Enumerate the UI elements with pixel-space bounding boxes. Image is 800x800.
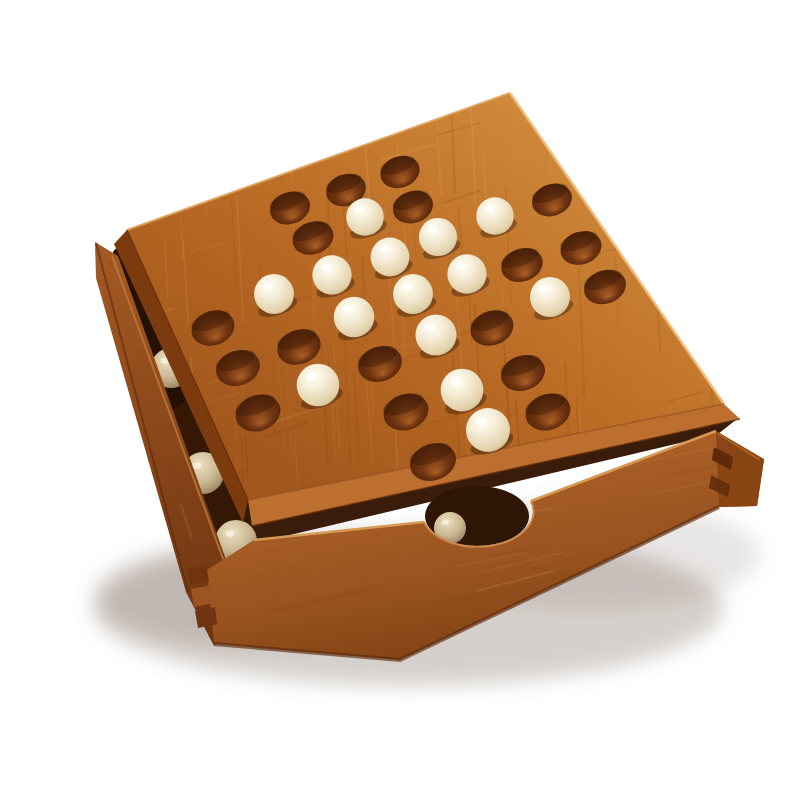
- marble-r4c3[interactable]: [334, 297, 375, 338]
- marble-r2c4[interactable]: [346, 198, 384, 236]
- marble-highlight: [427, 226, 437, 233]
- marble-highlight: [424, 323, 435, 330]
- wood-grain-line: [694, 105, 704, 242]
- marble-r3c6[interactable]: [476, 197, 514, 235]
- marble-r7c4[interactable]: [466, 408, 510, 452]
- wood-grain-line: [277, 104, 281, 186]
- wood-grain-line: [648, 213, 652, 272]
- marble-highlight: [484, 205, 494, 212]
- wood-grain-line: [229, 106, 232, 170]
- wood-grain-line: [722, 113, 744, 122]
- marble-r5c6[interactable]: [530, 277, 570, 317]
- marble-r3c3[interactable]: [312, 255, 351, 294]
- marble-r3c2[interactable]: [254, 274, 294, 314]
- wood-grain-line: [227, 100, 231, 150]
- marble-highlight: [263, 283, 273, 290]
- product-photo-stage: [0, 0, 800, 800]
- wood-grain-line: [607, 165, 648, 177]
- wood-grain-line: [677, 646, 755, 660]
- marble-r6c4[interactable]: [441, 369, 484, 412]
- wood-grain-line: [173, 91, 218, 106]
- wood-grain-line: [654, 153, 676, 161]
- wood-grain-line: [588, 206, 655, 228]
- wood-grain-line: [237, 86, 287, 98]
- marble-highlight: [321, 264, 331, 271]
- marble-highlight: [343, 306, 354, 313]
- marble-highlight: [354, 206, 364, 213]
- marble-highlight: [450, 378, 461, 386]
- marble-r4c4[interactable]: [393, 274, 433, 314]
- marble-highlight: [539, 286, 549, 293]
- marble-highlight: [306, 373, 317, 381]
- spare-marble-highlight: [192, 463, 201, 469]
- wood-grain-line: [587, 205, 643, 225]
- wood-grain-line: [642, 96, 708, 116]
- wood-grain-line: [569, 119, 617, 132]
- wood-grain-line: [721, 265, 725, 347]
- wood-grain-line: [300, 100, 303, 177]
- marble-highlight: [476, 418, 487, 426]
- wood-grain-line: [167, 120, 172, 207]
- marble-highlight: [379, 246, 389, 253]
- wood-grain-line: [649, 122, 654, 242]
- marble-highlight: [456, 263, 466, 270]
- wood-grain-line: [130, 111, 132, 157]
- marble-r5c2[interactable]: [297, 364, 340, 407]
- wood-grain-line: [218, 113, 221, 188]
- marble-r3c4[interactable]: [371, 238, 410, 277]
- wood-grain-line: [283, 116, 286, 166]
- spare-marble-highlight: [442, 520, 449, 525]
- wood-grain-line: [595, 150, 599, 222]
- wood-grain-line: [111, 395, 117, 420]
- solitaire-scene: [0, 0, 800, 800]
- marble-r3c5[interactable]: [419, 218, 457, 256]
- marble-r4c5[interactable]: [447, 254, 486, 293]
- wood-grain-line: [422, 91, 474, 107]
- marble-highlight: [402, 283, 412, 290]
- marble-r5c4[interactable]: [415, 314, 456, 355]
- spare-marble-highlight: [225, 531, 234, 537]
